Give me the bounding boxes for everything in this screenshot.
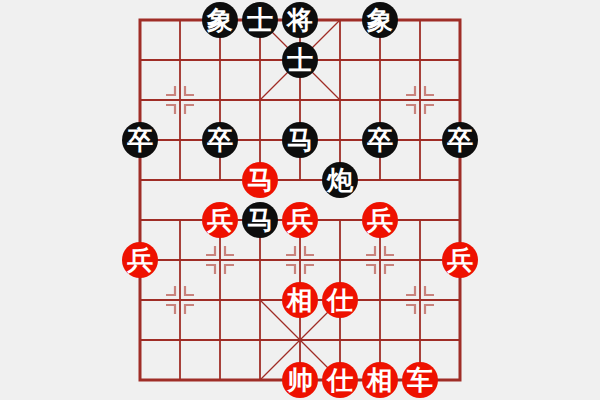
piece-red-soldier-3[interactable]: 兵 bbox=[362, 202, 398, 238]
piece-black-advisor-left[interactable]: 士 bbox=[242, 2, 278, 38]
piece-black-horse-center[interactable]: 马 bbox=[282, 122, 318, 158]
piece-red-soldier-2[interactable]: 兵 bbox=[282, 202, 318, 238]
piece-red-chariot[interactable]: 车 bbox=[402, 362, 438, 398]
piece-black-elephant-right[interactable]: 象 bbox=[362, 2, 398, 38]
piece-red-advisor-advanced[interactable]: 仕 bbox=[322, 282, 358, 318]
piece-red-elephant-center[interactable]: 相 bbox=[282, 282, 318, 318]
piece-red-soldier-edge-right[interactable]: 兵 bbox=[442, 242, 478, 278]
piece-red-elephant-home[interactable]: 相 bbox=[362, 362, 398, 398]
piece-red-general[interactable]: 帅 bbox=[282, 362, 318, 398]
piece-red-soldier-1[interactable]: 兵 bbox=[202, 202, 238, 238]
piece-black-cannon[interactable]: 炮 bbox=[322, 162, 358, 198]
piece-black-soldier-3[interactable]: 卒 bbox=[362, 122, 398, 158]
pieces-layer: 象士将象士卒卒马卒卒马炮兵马兵兵兵兵相仕帅仕相车 bbox=[120, 0, 480, 400]
piece-black-advisor-center[interactable]: 士 bbox=[282, 42, 318, 78]
piece-black-soldier-2[interactable]: 卒 bbox=[202, 122, 238, 158]
piece-red-soldier-edge-left[interactable]: 兵 bbox=[122, 242, 158, 278]
piece-red-advisor-home[interactable]: 仕 bbox=[322, 362, 358, 398]
piece-black-soldier-1[interactable]: 卒 bbox=[122, 122, 158, 158]
piece-red-horse[interactable]: 马 bbox=[242, 162, 278, 198]
piece-black-general[interactable]: 将 bbox=[282, 2, 318, 38]
xiangqi-board-screen: 象士将象士卒卒马卒卒马炮兵马兵兵兵兵相仕帅仕相车 bbox=[0, 0, 600, 400]
piece-black-horse-advanced[interactable]: 马 bbox=[242, 202, 278, 238]
piece-black-soldier-4[interactable]: 卒 bbox=[442, 122, 478, 158]
piece-black-elephant-left[interactable]: 象 bbox=[202, 2, 238, 38]
